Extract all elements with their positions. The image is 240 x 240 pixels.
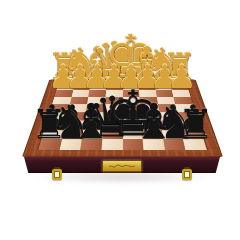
chess-board [22,80,223,157]
board-square [179,121,201,130]
board-square [142,130,163,140]
board-square [105,97,123,104]
board-square [86,104,105,112]
board-square [47,112,68,120]
board-square [123,130,143,140]
board-square [71,90,89,97]
board-square [105,90,122,97]
board-square [162,130,184,140]
board-square [62,130,84,140]
board-square [141,112,160,120]
board-square [103,121,123,130]
board-square [141,121,161,130]
board-square [44,121,66,130]
board-square [85,112,104,120]
board-square [50,104,70,112]
board-square [172,90,191,97]
board-square [123,97,141,104]
board-square [64,121,85,130]
plaque-engraving-icon [107,163,137,170]
board-square [104,104,122,112]
board-square [157,97,176,104]
board-square [70,97,89,104]
board-square [177,112,198,120]
board-square [38,139,61,149]
board-square [160,121,181,130]
board-square [140,104,159,112]
board-square [80,139,102,149]
board-square [158,104,177,112]
board-square [52,97,71,104]
board-square [140,97,158,104]
board-square [54,90,73,97]
product-photo-scene: ♜♞♝♛♚♝♞♜♟♟♟♟♟♟♟♟♟♟♟♟♟♟♟♟♜♞♝♛♚♝♞♜ [0,0,240,240]
board-square [68,104,87,112]
board-square [143,139,165,149]
board-square [123,139,144,149]
board-square [183,139,206,149]
board-square [123,90,140,97]
board-square [174,97,193,104]
board-square [41,130,63,140]
brass-latch-left-icon [52,167,62,180]
board-square [102,130,122,140]
board-grid [38,84,207,150]
brand-plaque [102,160,142,172]
board-square [59,139,82,149]
board-square [159,112,179,120]
board-square [139,90,157,97]
board-square [175,104,195,112]
board-square [88,90,106,97]
board-square [123,121,143,130]
board-square [83,121,103,130]
board-square [163,139,186,149]
board-square [101,139,122,149]
board-square [87,97,105,104]
board-square [104,112,123,120]
board-square [123,112,142,120]
board-square [66,112,86,120]
board-square [181,130,203,140]
brass-latch-right-icon [182,167,192,180]
board-square [123,104,141,112]
piece-white-king: ♚ [104,28,157,87]
board-square [156,90,174,97]
board-square [82,130,103,140]
